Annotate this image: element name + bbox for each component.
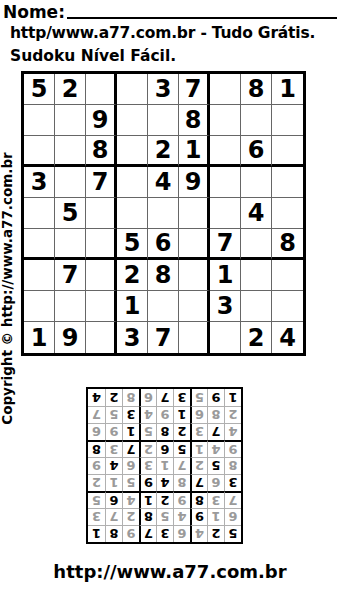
solution-cell-r2c8: 7 (105, 508, 122, 525)
solution-cell-r8c1: 2 (224, 406, 241, 423)
solution-cell-r8c9: 7 (88, 406, 105, 423)
solution-cell-r9c9: 4 (88, 389, 105, 406)
solution-cell-r4c3: 7 (190, 474, 207, 491)
puzzle-cell-r9c3[interactable] (86, 322, 117, 353)
puzzle-cell-r3c8: 6 (241, 136, 272, 167)
solution-cell-r6c8: 3 (105, 440, 122, 457)
puzzle-cell-r7c6[interactable] (179, 260, 210, 291)
solution-cell-r4c1: 3 (224, 474, 241, 491)
solution-cell-r5c3: 2 (190, 457, 207, 474)
puzzle-cell-r8c5[interactable] (148, 291, 179, 322)
solution-cell-r8c7: 3 (122, 406, 139, 423)
solution-cell-r1c6: 7 (139, 525, 156, 542)
puzzle-cell-r1c3[interactable] (86, 74, 117, 105)
name-underline (67, 2, 337, 19)
solution-cell-r8c5: 9 (156, 406, 173, 423)
solution-cell-r4c6: 9 (139, 474, 156, 491)
puzzle-cell-r1c8: 8 (241, 74, 272, 105)
puzzle-cell-r9c8: 2 (241, 322, 272, 353)
solution-cell-r7c2: 7 (207, 423, 224, 440)
solution-cell-r2c7: 2 (122, 508, 139, 525)
puzzle-cell-r7c9[interactable] (272, 260, 303, 291)
solution-cell-r9c8: 2 (105, 389, 122, 406)
solution-cell-r6c6: 2 (139, 440, 156, 457)
solution-cell-r7c9: 6 (88, 423, 105, 440)
puzzle-cell-r9c5: 7 (148, 322, 179, 353)
solution-cell-r2c5: 5 (156, 508, 173, 525)
solution-cell-r3c5: 2 (156, 491, 173, 508)
solution-cell-r4c4: 8 (173, 474, 190, 491)
puzzle-cell-r6c1[interactable] (24, 229, 55, 260)
solution-cell-r5c2: 5 (207, 457, 224, 474)
puzzle-cell-r2c9[interactable] (272, 105, 303, 136)
solution-cell-r2c3: 9 (190, 508, 207, 525)
puzzle-cell-r4c3: 7 (86, 167, 117, 198)
solution-cell-r9c6: 6 (139, 389, 156, 406)
puzzle-cell-r4c1: 3 (24, 167, 55, 198)
solution-cell-r1c2: 2 (207, 525, 224, 542)
puzzle-cell-r4c5: 4 (148, 167, 179, 198)
footer-url: http://www.a77.com.br (0, 561, 340, 582)
puzzle-cell-r3c4[interactable] (117, 136, 148, 167)
solution-cell-r2c2: 1 (207, 508, 224, 525)
puzzle-cell-r7c3[interactable] (86, 260, 117, 291)
solution-cell-r1c9: 1 (88, 525, 105, 542)
solution-cell-r7c1: 4 (224, 423, 241, 440)
sudoku-solution-grid: 5246379816194582737389214653678495128527… (86, 387, 243, 544)
puzzle-cell-r4c8[interactable] (241, 167, 272, 198)
solution-cell-r3c4: 9 (173, 491, 190, 508)
puzzle-cell-r1c6: 7 (179, 74, 210, 105)
solution-cell-r3c2: 3 (207, 491, 224, 508)
solution-cell-r9c5: 7 (156, 389, 173, 406)
solution-cell-r8c4: 1 (173, 406, 190, 423)
puzzle-cell-r8c3[interactable] (86, 291, 117, 322)
puzzle-cell-r5c5[interactable] (148, 198, 179, 229)
puzzle-cell-r3c2[interactable] (55, 136, 86, 167)
puzzle-cell-r5c6[interactable] (179, 198, 210, 229)
puzzle-cell-r2c2[interactable] (55, 105, 86, 136)
solution-cell-r9c4: 3 (173, 389, 190, 406)
solution-cell-r7c8: 9 (105, 423, 122, 440)
solution-cell-r5c9: 9 (88, 457, 105, 474)
puzzle-cell-r3c9[interactable] (272, 136, 303, 167)
solution-cell-r9c1: 1 (224, 389, 241, 406)
puzzle-cell-r7c5: 8 (148, 260, 179, 291)
solution-cell-r5c4: 7 (173, 457, 190, 474)
puzzle-cell-r6c9: 8 (272, 229, 303, 260)
solution-cell-r3c8: 6 (105, 491, 122, 508)
solution-cell-r4c9: 2 (88, 474, 105, 491)
puzzle-cell-r1c1: 5 (24, 74, 55, 105)
puzzle-cell-r9c6[interactable] (179, 322, 210, 353)
solution-cell-r3c9: 5 (88, 491, 105, 508)
solution-cell-r1c3: 4 (190, 525, 207, 542)
name-label: Nome: (3, 2, 65, 22)
puzzle-cell-r4c2[interactable] (55, 167, 86, 198)
solution-cell-r4c8: 1 (105, 474, 122, 491)
puzzle-cell-r1c7[interactable] (210, 74, 241, 105)
solution-cell-r5c5: 1 (156, 457, 173, 474)
solution-cell-r7c7: 1 (122, 423, 139, 440)
puzzle-cell-r6c5: 6 (148, 229, 179, 260)
solution-cell-r8c3: 6 (190, 406, 207, 423)
solution-cell-r2c6: 8 (139, 508, 156, 525)
name-row: Nome: (3, 2, 337, 22)
puzzle-cell-r5c8: 4 (241, 198, 272, 229)
puzzle-cell-r3c3: 8 (86, 136, 117, 167)
solution-cell-r6c7: 7 (122, 440, 139, 457)
solution-cell-r3c3: 8 (190, 491, 207, 508)
puzzle-cell-r5c2: 5 (55, 198, 86, 229)
puzzle-cell-r5c7[interactable] (210, 198, 241, 229)
puzzle-cell-r6c8[interactable] (241, 229, 272, 260)
puzzle-cell-r2c6: 8 (179, 105, 210, 136)
solution-cell-r6c9: 8 (88, 440, 105, 457)
puzzle-cell-r8c8[interactable] (241, 291, 272, 322)
puzzle-cell-r3c5: 2 (148, 136, 179, 167)
solution-cell-r8c2: 8 (207, 406, 224, 423)
sudoku-puzzle-grid: 5237819882163749545678728113193724 (21, 71, 306, 356)
solution-cell-r1c7: 9 (122, 525, 139, 542)
puzzle-cell-r8c9[interactable] (272, 291, 303, 322)
solution-cell-r5c6: 3 (139, 457, 156, 474)
solution-cell-r5c1: 8 (224, 457, 241, 474)
puzzle-cell-r6c2[interactable] (55, 229, 86, 260)
puzzle-cell-r3c6: 1 (179, 136, 210, 167)
puzzle-cell-r5c1[interactable] (24, 198, 55, 229)
solution-cell-r7c6: 5 (139, 423, 156, 440)
puzzle-cell-r1c4[interactable] (117, 74, 148, 105)
puzzle-cell-r1c9: 1 (272, 74, 303, 105)
solution-cell-r2c9: 3 (88, 508, 105, 525)
puzzle-cell-r9c7[interactable] (210, 322, 241, 353)
solution-cell-r9c2: 9 (207, 389, 224, 406)
puzzle-cell-r2c3: 9 (86, 105, 117, 136)
puzzle-cell-r4c9[interactable] (272, 167, 303, 198)
puzzle-cell-r9c1: 1 (24, 322, 55, 353)
puzzle-cell-r8c4: 1 (117, 291, 148, 322)
solution-cell-r6c1: 9 (224, 440, 241, 457)
solution-cell-r1c8: 8 (105, 525, 122, 542)
puzzle-cell-r4c4[interactable] (117, 167, 148, 198)
solution-cell-r6c2: 4 (207, 440, 224, 457)
solution-cell-r8c8: 5 (105, 406, 122, 423)
solution-cell-r9c3: 5 (190, 389, 207, 406)
solution-cell-r4c7: 5 (122, 474, 139, 491)
puzzle-cell-r8c1[interactable] (24, 291, 55, 322)
puzzle-cell-r7c7: 1 (210, 260, 241, 291)
solution-cell-r7c4: 2 (173, 423, 190, 440)
page: Nome: http/www.a77.com.br - Tudo Grátis.… (0, 0, 340, 596)
solution-cell-r4c5: 4 (156, 474, 173, 491)
solution-cell-r9c7: 8 (122, 389, 139, 406)
puzzle-cell-r7c8[interactable] (241, 260, 272, 291)
solution-cell-r2c4: 4 (173, 508, 190, 525)
puzzle-cell-r9c2: 9 (55, 322, 86, 353)
puzzle-cell-r5c3[interactable] (86, 198, 117, 229)
puzzle-cell-r7c4: 2 (117, 260, 148, 291)
puzzle-cell-r5c9[interactable] (272, 198, 303, 229)
solution-cell-r3c6: 1 (139, 491, 156, 508)
copyright-vertical-text: Copyright © http://www.a77.com.br (0, 149, 16, 429)
puzzle-cell-r7c2: 7 (55, 260, 86, 291)
site-title: http/www.a77.com.br - Tudo Grátis. (10, 24, 315, 42)
puzzle-cell-r3c7[interactable] (210, 136, 241, 167)
puzzle-cell-r2c1[interactable] (24, 105, 55, 136)
solution-cell-r7c3: 3 (190, 423, 207, 440)
solution-cell-r3c7: 4 (122, 491, 139, 508)
puzzle-cell-r2c5[interactable] (148, 105, 179, 136)
puzzle-cell-r8c2[interactable] (55, 291, 86, 322)
puzzle-cell-r2c7[interactable] (210, 105, 241, 136)
solution-cell-r5c8: 4 (105, 457, 122, 474)
solution-cell-r1c5: 3 (156, 525, 173, 542)
puzzle-cell-r3c1[interactable] (24, 136, 55, 167)
page-title: Sudoku Nível Fácil. (10, 47, 176, 65)
puzzle-cell-r7c1[interactable] (24, 260, 55, 291)
puzzle-cell-r9c4: 3 (117, 322, 148, 353)
puzzle-cell-r6c4: 5 (117, 229, 148, 260)
solution-cell-r6c5: 6 (156, 440, 173, 457)
puzzle-cell-r6c6[interactable] (179, 229, 210, 260)
solution-cell-r8c6: 4 (139, 406, 156, 423)
solution-cell-r6c3: 1 (190, 440, 207, 457)
puzzle-cell-r8c7: 3 (210, 291, 241, 322)
puzzle-cell-r1c2: 2 (55, 74, 86, 105)
puzzle-cell-r6c3[interactable] (86, 229, 117, 260)
solution-cell-r1c1: 5 (224, 525, 241, 542)
solution-cell-r5c7: 6 (122, 457, 139, 474)
puzzle-cell-r6c7: 7 (210, 229, 241, 260)
puzzle-cell-r4c6: 9 (179, 167, 210, 198)
puzzle-cell-r2c4[interactable] (117, 105, 148, 136)
solution-cell-r3c1: 7 (224, 491, 241, 508)
solution-cell-r7c5: 8 (156, 423, 173, 440)
puzzle-cell-r4c7[interactable] (210, 167, 241, 198)
solution-cell-r4c2: 6 (207, 474, 224, 491)
puzzle-cell-r5c4[interactable] (117, 198, 148, 229)
solution-cell-r2c1: 6 (224, 508, 241, 525)
puzzle-cell-r9c9: 4 (272, 322, 303, 353)
solution-cell-r1c4: 6 (173, 525, 190, 542)
puzzle-cell-r2c8[interactable] (241, 105, 272, 136)
puzzle-cell-r8c6[interactable] (179, 291, 210, 322)
solution-cell-r6c4: 5 (173, 440, 190, 457)
puzzle-cell-r1c5: 3 (148, 74, 179, 105)
